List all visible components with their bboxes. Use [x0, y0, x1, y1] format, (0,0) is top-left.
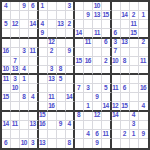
cell-r2c8[interactable]	[66, 11, 75, 20]
cell-r12c13[interactable]: 12	[112, 102, 121, 111]
cell-r8c7[interactable]: 8	[57, 66, 66, 75]
cell-r3c1[interactable]: 5	[2, 20, 11, 29]
cell-r13c12[interactable]	[102, 112, 111, 121]
cell-r9c10[interactable]	[84, 75, 93, 84]
cell-r3c13[interactable]	[112, 20, 121, 29]
cell-r11c13[interactable]	[112, 93, 121, 102]
cell-r8c8[interactable]	[66, 66, 75, 75]
cell-r13c8[interactable]	[66, 112, 75, 121]
cell-r8c6[interactable]: 3	[48, 66, 57, 75]
cell-r1c3[interactable]: 9	[20, 2, 29, 11]
cell-r5c11[interactable]	[93, 39, 102, 48]
cell-r12c16[interactable]: 4	[139, 102, 148, 111]
cell-r12c14[interactable]: 15	[121, 102, 130, 111]
cell-r4c10[interactable]	[84, 29, 93, 38]
cell-r6c11[interactable]	[93, 48, 102, 57]
cell-r9c1[interactable]: 11	[2, 75, 11, 84]
cell-r15c7[interactable]	[57, 130, 66, 139]
cell-r14c2[interactable]: 11	[11, 121, 20, 130]
cell-r12c7[interactable]	[57, 102, 66, 111]
cell-r13c3[interactable]	[20, 112, 29, 121]
cell-r5c7[interactable]	[57, 39, 66, 48]
cell-r4c6[interactable]	[48, 29, 57, 38]
cell-r7c13[interactable]: 10	[112, 57, 121, 66]
cell-r14c8[interactable]: 4	[66, 121, 75, 130]
cell-r12c9[interactable]	[75, 102, 84, 111]
cell-r6c8[interactable]: 9	[66, 48, 75, 57]
cell-r2c9[interactable]	[75, 11, 84, 20]
cell-r7c7[interactable]	[57, 57, 66, 66]
cell-r13c2[interactable]	[11, 112, 20, 121]
cell-r14c13[interactable]	[112, 121, 121, 130]
cell-r7c8[interactable]	[66, 57, 75, 66]
cell-r15c13[interactable]	[112, 130, 121, 139]
cell-r10c5[interactable]	[39, 84, 48, 93]
cell-r5c16[interactable]: 2	[139, 39, 148, 48]
cell-r16c16[interactable]	[139, 139, 148, 148]
cell-r5c4[interactable]	[29, 39, 38, 48]
cell-r9c4[interactable]	[29, 75, 38, 84]
cell-r16c6[interactable]	[48, 139, 57, 148]
cell-r3c7[interactable]: 13	[57, 20, 66, 29]
cell-r10c8[interactable]	[66, 84, 75, 93]
cell-r1c4[interactable]: 6	[29, 2, 38, 11]
cell-r4c5[interactable]: 9	[39, 29, 48, 38]
cell-r16c13[interactable]	[112, 139, 121, 148]
cell-r7c1[interactable]	[2, 57, 11, 66]
cell-r4c9[interactable]: 14	[75, 29, 84, 38]
cell-r10c7[interactable]	[57, 84, 66, 93]
cell-r13c5[interactable]: 15	[39, 112, 48, 121]
cell-r13c11[interactable]: 12	[93, 112, 102, 121]
cell-r10c12[interactable]: 5	[102, 84, 111, 93]
cell-r8c14[interactable]	[121, 66, 130, 75]
cell-r3c12[interactable]	[102, 20, 111, 29]
cell-r16c3[interactable]: 10	[20, 139, 29, 148]
cell-r9c3[interactable]: 1	[20, 75, 29, 84]
cell-r16c4[interactable]: 3	[29, 139, 38, 148]
cell-r2c4[interactable]	[29, 11, 38, 20]
cell-r11c10[interactable]	[84, 93, 93, 102]
cell-r16c11[interactable]: 9	[93, 139, 102, 148]
cell-r2c13[interactable]	[112, 11, 121, 20]
cell-r9c12[interactable]	[102, 75, 111, 84]
cell-r10c9[interactable]: 7	[75, 84, 84, 93]
cell-r13c16[interactable]	[139, 112, 148, 121]
cell-r14c6[interactable]	[48, 121, 57, 130]
cell-r11c5[interactable]	[39, 93, 48, 102]
cell-r5c14[interactable]: 13	[121, 39, 130, 48]
cell-r1c6[interactable]	[48, 2, 57, 11]
cell-r10c11[interactable]	[93, 84, 102, 93]
cell-r9c14[interactable]	[121, 75, 130, 84]
cell-r2c3[interactable]	[20, 11, 29, 20]
cell-r2c12[interactable]: 15	[102, 11, 111, 20]
cell-r16c15[interactable]	[130, 139, 139, 148]
cell-r11c8[interactable]: 14	[66, 93, 75, 102]
cell-r7c14[interactable]: 8	[121, 57, 130, 66]
cell-r5c12[interactable]: 6	[102, 39, 111, 48]
cell-r6c4[interactable]: 11	[29, 48, 38, 57]
cell-r11c7[interactable]	[57, 93, 66, 102]
cell-r14c7[interactable]: 9	[57, 121, 66, 130]
cell-r2c5[interactable]	[39, 11, 48, 20]
cell-r6c14[interactable]	[121, 48, 130, 57]
cell-r3c4[interactable]: 14	[29, 20, 38, 29]
cell-r6c15[interactable]	[130, 48, 139, 57]
cell-r1c14[interactable]	[121, 2, 130, 11]
cell-r9c15[interactable]	[130, 75, 139, 84]
cell-r13c15[interactable]: 4	[130, 112, 139, 121]
cell-r6c10[interactable]	[84, 48, 93, 57]
cell-r3c15[interactable]: 11	[130, 20, 139, 29]
cell-r5c6[interactable]: 12	[48, 39, 57, 48]
cell-r15c3[interactable]	[20, 130, 29, 139]
cell-r2c15[interactable]: 2	[130, 11, 139, 20]
cell-r15c8[interactable]	[66, 130, 75, 139]
cell-r14c9[interactable]	[75, 121, 84, 130]
cell-r11c15[interactable]	[130, 93, 139, 102]
cell-r1c12[interactable]	[102, 2, 111, 11]
cell-r4c11[interactable]: 11	[93, 29, 102, 38]
cell-r2c16[interactable]: 1	[139, 11, 148, 20]
cell-r1c10[interactable]	[84, 2, 93, 11]
cell-r5c2[interactable]	[11, 39, 20, 48]
cell-r16c1[interactable]: 6	[2, 139, 11, 148]
cell-r2c7[interactable]	[57, 11, 66, 20]
cell-r14c15[interactable]: 3	[130, 121, 139, 130]
cell-r1c11[interactable]: 10	[93, 2, 102, 11]
cell-r4c15[interactable]: 15	[130, 29, 139, 38]
cell-r12c5[interactable]	[39, 102, 48, 111]
cell-r16c7[interactable]	[57, 139, 66, 148]
cell-r7c12[interactable]: 2	[102, 57, 111, 66]
cell-r2c6[interactable]	[48, 11, 57, 20]
cell-r4c8[interactable]	[66, 29, 75, 38]
cell-r3c2[interactable]: 12	[11, 20, 20, 29]
cell-r13c7[interactable]	[57, 112, 66, 121]
cell-r11c1[interactable]: 15	[2, 93, 11, 102]
cell-r9c8[interactable]	[66, 75, 75, 84]
cell-r9c13[interactable]	[112, 75, 121, 84]
cell-r6c16[interactable]	[139, 48, 148, 57]
cell-r3c5[interactable]: 4	[39, 20, 48, 29]
cell-r6c6[interactable]: 2	[48, 48, 57, 57]
cell-r8c5[interactable]	[39, 66, 48, 75]
cell-r7c9[interactable]: 15	[75, 57, 84, 66]
cell-r6c9[interactable]	[75, 48, 84, 57]
cell-r10c4[interactable]	[29, 84, 38, 93]
cell-r10c15[interactable]	[130, 84, 139, 93]
cell-r15c9[interactable]	[75, 130, 84, 139]
cell-r14c12[interactable]	[102, 121, 111, 130]
cell-r15c11[interactable]: 6	[93, 130, 102, 139]
cell-r3c9[interactable]	[75, 20, 84, 29]
cell-r2c1[interactable]	[2, 11, 11, 20]
cell-r4c12[interactable]	[102, 29, 111, 38]
cell-r4c16[interactable]	[139, 29, 148, 38]
cell-r10c6[interactable]	[48, 84, 57, 93]
cell-r6c12[interactable]	[102, 48, 111, 57]
cell-r6c5[interactable]	[39, 48, 48, 57]
cell-r11c11[interactable]: 9	[93, 93, 102, 102]
cell-r2c14[interactable]: 14	[121, 11, 130, 20]
cell-r7c3[interactable]	[20, 57, 29, 66]
cell-r6c2[interactable]	[11, 48, 20, 57]
cell-r14c3[interactable]	[20, 121, 29, 130]
cell-r9c2[interactable]: 3	[11, 75, 20, 84]
cell-r15c14[interactable]: 2	[121, 130, 130, 139]
cell-r4c7[interactable]	[57, 29, 66, 38]
cell-r12c1[interactable]	[2, 102, 11, 111]
cell-r15c10[interactable]: 4	[84, 130, 93, 139]
cell-r9c16[interactable]	[139, 75, 148, 84]
cell-r16c9[interactable]	[75, 139, 84, 148]
cell-r9c7[interactable]: 5	[57, 75, 66, 84]
cell-r10c13[interactable]: 11	[112, 84, 121, 93]
cell-r13c13[interactable]: 14	[112, 112, 121, 121]
cell-r10c2[interactable]: 10	[11, 84, 20, 93]
cell-r13c4[interactable]	[29, 112, 38, 121]
cell-r13c10[interactable]	[84, 112, 93, 121]
cell-r8c15[interactable]	[130, 66, 139, 75]
cell-r12c15[interactable]	[130, 102, 139, 111]
cell-r12c8[interactable]	[66, 102, 75, 111]
cell-r7c2[interactable]: 7	[11, 57, 20, 66]
cell-r5c9[interactable]	[75, 39, 84, 48]
cell-r16c14[interactable]	[121, 139, 130, 148]
sudoku-board: 4961310913151421512144132119141161512116…	[0, 0, 150, 150]
cell-r11c4[interactable]: 4	[29, 93, 38, 102]
cell-r14c16[interactable]	[139, 121, 148, 130]
cell-r11c14[interactable]	[121, 93, 130, 102]
cell-r8c1[interactable]: 10	[2, 66, 11, 75]
cell-r1c5[interactable]: 1	[39, 2, 48, 11]
cell-r7c6[interactable]	[48, 57, 57, 66]
cell-r8c3[interactable]: 4	[20, 66, 29, 75]
cell-r3c6[interactable]	[48, 20, 57, 29]
cell-r9c6[interactable]: 13	[48, 75, 57, 84]
cell-r5c5[interactable]	[39, 39, 48, 48]
cell-r12c10[interactable]: 1	[84, 102, 93, 111]
cell-r16c10[interactable]	[84, 139, 93, 148]
cell-r10c3[interactable]	[20, 84, 29, 93]
cell-r7c11[interactable]	[93, 57, 102, 66]
cell-r7c15[interactable]	[130, 57, 139, 66]
cell-r15c16[interactable]: 9	[139, 130, 148, 139]
cell-r4c14[interactable]	[121, 29, 130, 38]
cell-r3c14[interactable]	[121, 20, 130, 29]
cell-r11c2[interactable]	[11, 93, 20, 102]
cell-r8c11[interactable]	[93, 66, 102, 75]
cell-r12c4[interactable]	[29, 102, 38, 111]
cell-r13c6[interactable]	[48, 112, 57, 121]
cell-r5c8[interactable]	[66, 39, 75, 48]
cell-r14c1[interactable]: 14	[2, 121, 11, 130]
cell-r15c6[interactable]	[48, 130, 57, 139]
cell-r7c10[interactable]: 16	[84, 57, 93, 66]
cell-r12c6[interactable]: 16	[48, 102, 57, 111]
cell-r8c13[interactable]	[112, 66, 121, 75]
cell-r3c10[interactable]	[84, 20, 93, 29]
cell-r10c14[interactable]: 6	[121, 84, 130, 93]
cell-r16c12[interactable]	[102, 139, 111, 148]
cell-r11c3[interactable]: 8	[20, 93, 29, 102]
cell-r14c4[interactable]: 13	[29, 121, 38, 130]
cell-r1c16[interactable]	[139, 2, 148, 11]
cell-r8c16[interactable]	[139, 66, 148, 75]
cell-r11c16[interactable]	[139, 93, 148, 102]
cell-r7c5[interactable]	[39, 57, 48, 66]
cell-r9c9[interactable]	[75, 75, 84, 84]
cell-r4c4[interactable]	[29, 29, 38, 38]
cell-r4c3[interactable]	[20, 29, 29, 38]
cell-r11c6[interactable]: 11	[48, 93, 57, 102]
cell-r5c3[interactable]	[20, 39, 29, 48]
cell-r16c8[interactable]: 8	[66, 139, 75, 148]
cell-r8c2[interactable]: 13	[11, 66, 20, 75]
cell-r14c14[interactable]	[121, 121, 130, 130]
cell-r1c7[interactable]	[57, 2, 66, 11]
cell-r14c10[interactable]	[84, 121, 93, 130]
cell-r6c3[interactable]: 3	[20, 48, 29, 57]
cell-r11c12[interactable]	[102, 93, 111, 102]
cell-r3c11[interactable]	[93, 20, 102, 29]
cell-r14c11[interactable]	[93, 121, 102, 130]
cell-r10c10[interactable]: 3	[84, 84, 93, 93]
cell-r3c16[interactable]	[139, 20, 148, 29]
cell-r8c4[interactable]	[29, 66, 38, 75]
cell-r5c15[interactable]	[130, 39, 139, 48]
cell-r6c1[interactable]: 16	[2, 48, 11, 57]
cell-r1c2[interactable]	[11, 2, 20, 11]
cell-r16c5[interactable]: 13	[39, 139, 48, 148]
cell-r9c5[interactable]	[39, 75, 48, 84]
cell-r1c9[interactable]	[75, 2, 84, 11]
cell-r9c11[interactable]	[93, 75, 102, 84]
cell-r1c1[interactable]: 4	[2, 2, 11, 11]
cell-r15c4[interactable]	[29, 130, 38, 139]
cell-r8c10[interactable]	[84, 66, 93, 75]
cell-r15c12[interactable]: 11	[102, 130, 111, 139]
cell-r2c11[interactable]: 13	[93, 11, 102, 20]
cell-r5c13[interactable]: 3	[112, 39, 121, 48]
cell-r2c2[interactable]	[11, 11, 20, 20]
cell-r13c9[interactable]: 8	[75, 112, 84, 121]
cell-r13c14[interactable]	[121, 112, 130, 121]
cell-r15c1[interactable]	[2, 130, 11, 139]
cell-r3c3[interactable]	[20, 20, 29, 29]
cell-r4c13[interactable]: 6	[112, 29, 121, 38]
cell-r7c4[interactable]	[29, 57, 38, 66]
cell-r16c2[interactable]	[11, 139, 20, 148]
cell-r1c15[interactable]	[130, 2, 139, 11]
cell-r12c12[interactable]: 14	[102, 102, 111, 111]
cell-r15c5[interactable]	[39, 130, 48, 139]
cell-r7c16[interactable]: 11	[139, 57, 148, 66]
cell-r8c12[interactable]	[102, 66, 111, 75]
cell-r10c1[interactable]	[2, 84, 11, 93]
cell-r12c11[interactable]	[93, 102, 102, 111]
cell-r6c13[interactable]: 7	[112, 48, 121, 57]
cell-r1c13[interactable]	[112, 2, 121, 11]
cell-r14c5[interactable]: 16	[39, 121, 48, 130]
cell-r15c15[interactable]: 1	[130, 130, 139, 139]
cell-r15c2[interactable]	[11, 130, 20, 139]
cell-r1c8[interactable]: 3	[66, 2, 75, 11]
cell-r6c7[interactable]	[57, 48, 66, 57]
cell-r10c16[interactable]: 16	[139, 84, 148, 93]
cell-r12c2[interactable]	[11, 102, 20, 111]
cell-r4c1[interactable]	[2, 29, 11, 38]
cell-r5c10[interactable]: 11	[84, 39, 93, 48]
cell-r5c1[interactable]	[2, 39, 11, 48]
cell-r2c10[interactable]: 9	[84, 11, 93, 20]
cell-r8c9[interactable]	[75, 66, 84, 75]
cell-r12c3[interactable]	[20, 102, 29, 111]
cell-r3c8[interactable]: 2	[66, 20, 75, 29]
cell-r4c2[interactable]	[11, 29, 20, 38]
cell-r13c1[interactable]	[2, 112, 11, 121]
cell-r11c9[interactable]	[75, 93, 84, 102]
